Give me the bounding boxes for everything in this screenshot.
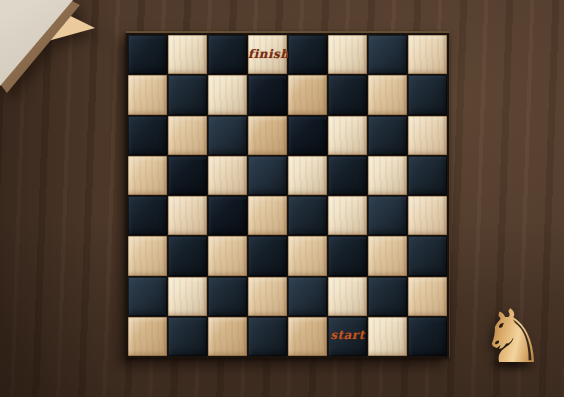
square-r8c8[interactable] — [408, 317, 447, 356]
square-r6c3[interactable] — [208, 236, 247, 275]
square-r2c7[interactable] — [368, 75, 407, 114]
square-r3c6[interactable] — [328, 116, 367, 155]
square-r2c8[interactable] — [408, 75, 447, 114]
square-r3c7[interactable] — [368, 116, 407, 155]
square-r8c1[interactable] — [128, 317, 167, 356]
square-r8c7[interactable] — [368, 317, 407, 356]
square-r1c6[interactable] — [328, 35, 367, 74]
square-r7c8[interactable] — [408, 277, 447, 316]
square-r4c3[interactable] — [208, 156, 247, 195]
square-r8c4[interactable] — [248, 317, 287, 356]
square-r4c2[interactable] — [168, 156, 207, 195]
table-surface: finishstart ♞ — [0, 0, 564, 397]
square-r1c4[interactable]: finish — [248, 35, 287, 74]
square-r8c6[interactable]: start — [328, 317, 367, 356]
square-r3c3[interactable] — [208, 116, 247, 155]
square-r6c1[interactable] — [128, 236, 167, 275]
square-r4c6[interactable] — [328, 156, 367, 195]
square-r3c5[interactable] — [288, 116, 327, 155]
square-r7c7[interactable] — [368, 277, 407, 316]
square-r6c4[interactable] — [248, 236, 287, 275]
square-r6c5[interactable] — [288, 236, 327, 275]
square-r2c5[interactable] — [288, 75, 327, 114]
square-r4c4[interactable] — [248, 156, 287, 195]
square-r4c8[interactable] — [408, 156, 447, 195]
square-r1c7[interactable] — [368, 35, 407, 74]
square-r7c6[interactable] — [328, 277, 367, 316]
square-r6c8[interactable] — [408, 236, 447, 275]
square-r2c4[interactable] — [248, 75, 287, 114]
square-r4c1[interactable] — [128, 156, 167, 195]
finish-label: finish — [248, 47, 287, 61]
square-r5c5[interactable] — [288, 196, 327, 235]
square-r2c3[interactable] — [208, 75, 247, 114]
square-r4c7[interactable] — [368, 156, 407, 195]
square-r1c3[interactable] — [208, 35, 247, 74]
square-r8c5[interactable] — [288, 317, 327, 356]
square-r6c6[interactable] — [328, 236, 367, 275]
square-r3c8[interactable] — [408, 116, 447, 155]
square-r1c1[interactable] — [128, 35, 167, 74]
chess-board: finishstart — [126, 31, 450, 358]
square-r2c6[interactable] — [328, 75, 367, 114]
square-r6c2[interactable] — [168, 236, 207, 275]
square-r1c5[interactable] — [288, 35, 327, 74]
square-r6c7[interactable] — [368, 236, 407, 275]
stacked-papers — [0, 0, 120, 110]
square-r8c2[interactable] — [168, 317, 207, 356]
square-r5c4[interactable] — [248, 196, 287, 235]
square-r8c3[interactable] — [208, 317, 247, 356]
square-r5c3[interactable] — [208, 196, 247, 235]
square-r5c8[interactable] — [408, 196, 447, 235]
white-knight-piece[interactable]: ♞ — [479, 300, 547, 374]
square-r3c2[interactable] — [168, 116, 207, 155]
square-r7c2[interactable] — [168, 277, 207, 316]
start-label: start — [328, 329, 367, 343]
square-r1c2[interactable] — [168, 35, 207, 74]
square-r7c5[interactable] — [288, 277, 327, 316]
square-r2c1[interactable] — [128, 75, 167, 114]
square-r4c5[interactable] — [288, 156, 327, 195]
square-r7c4[interactable] — [248, 277, 287, 316]
square-r7c3[interactable] — [208, 277, 247, 316]
square-r5c6[interactable] — [328, 196, 367, 235]
square-r1c8[interactable] — [408, 35, 447, 74]
square-r7c1[interactable] — [128, 277, 167, 316]
square-r2c2[interactable] — [168, 75, 207, 114]
square-r5c1[interactable] — [128, 196, 167, 235]
square-r5c2[interactable] — [168, 196, 207, 235]
square-r5c7[interactable] — [368, 196, 407, 235]
square-r3c1[interactable] — [128, 116, 167, 155]
square-r3c4[interactable] — [248, 116, 287, 155]
